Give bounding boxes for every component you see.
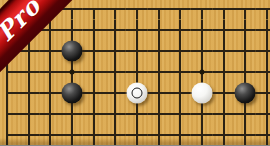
board-intersection[interactable] [213, 83, 235, 104]
board-intersection[interactable] [104, 62, 126, 83]
board-intersection[interactable] [234, 0, 256, 20]
board-intersection[interactable] [104, 104, 126, 125]
board-intersection[interactable] [191, 104, 213, 125]
board-intersection[interactable] [148, 41, 170, 62]
board-intersection[interactable] [191, 0, 213, 20]
board-intersection[interactable] [148, 83, 170, 104]
pro-ribbon: Pro [0, 0, 100, 100]
board-intersection[interactable] [104, 125, 126, 146]
board-intersection[interactable] [104, 83, 126, 104]
board-intersection[interactable] [126, 62, 148, 83]
white-stone [191, 83, 212, 104]
board-intersection[interactable] [126, 41, 148, 62]
board-intersection[interactable] [256, 62, 270, 83]
pro-ribbon-label: Pro [0, 0, 98, 98]
board-intersection[interactable] [61, 125, 83, 146]
board-intersection[interactable] [234, 83, 256, 104]
black-stone [235, 83, 256, 104]
board-intersection[interactable] [234, 62, 256, 83]
board-intersection[interactable] [18, 125, 40, 146]
board-intersection[interactable] [213, 41, 235, 62]
board-intersection[interactable] [148, 0, 170, 20]
board-intersection[interactable] [191, 41, 213, 62]
board-intersection[interactable] [191, 125, 213, 146]
board-intersection[interactable] [0, 104, 18, 125]
board-intersection[interactable] [234, 20, 256, 41]
board-intersection[interactable] [256, 104, 270, 125]
board-intersection[interactable] [126, 104, 148, 125]
board-intersection[interactable] [126, 20, 148, 41]
board-intersection[interactable] [169, 104, 191, 125]
board-intersection[interactable] [83, 104, 105, 125]
board-intersection[interactable] [104, 20, 126, 41]
board-intersection[interactable] [213, 104, 235, 125]
pro-ribbon-band: Pro [0, 0, 100, 100]
board-intersection[interactable] [126, 0, 148, 20]
board-intersection[interactable] [191, 20, 213, 41]
board-intersection[interactable] [191, 83, 213, 104]
board-intersection[interactable] [213, 0, 235, 20]
board-intersection[interactable] [18, 104, 40, 125]
board-intersection[interactable] [169, 20, 191, 41]
board-intersection[interactable] [169, 0, 191, 20]
board-intersection[interactable] [234, 125, 256, 146]
board-intersection[interactable] [126, 83, 148, 104]
last-move-circle-mark [131, 88, 142, 99]
board-intersection[interactable] [169, 125, 191, 146]
board-intersection[interactable] [169, 62, 191, 83]
board-intersection[interactable] [234, 104, 256, 125]
go-board: Pro [0, 0, 270, 145]
board-intersection[interactable] [169, 83, 191, 104]
board-intersection[interactable] [104, 41, 126, 62]
board-intersection[interactable] [148, 104, 170, 125]
board-intersection[interactable] [256, 125, 270, 146]
board-intersection[interactable] [0, 125, 18, 146]
board-intersection[interactable] [213, 62, 235, 83]
board-intersection[interactable] [213, 20, 235, 41]
board-intersection[interactable] [61, 104, 83, 125]
board-intersection[interactable] [148, 20, 170, 41]
board-intersection[interactable] [40, 104, 62, 125]
board-intersection[interactable] [148, 125, 170, 146]
board-intersection[interactable] [213, 125, 235, 146]
board-intersection[interactable] [126, 125, 148, 146]
board-intersection[interactable] [256, 83, 270, 104]
board-intersection[interactable] [169, 41, 191, 62]
board-intersection[interactable] [191, 62, 213, 83]
board-intersection[interactable] [256, 20, 270, 41]
board-intersection[interactable] [40, 125, 62, 146]
board-intersection[interactable] [256, 0, 270, 20]
board-intersection[interactable] [104, 0, 126, 20]
hoshi-star-point [199, 70, 204, 75]
board-intersection[interactable] [256, 41, 270, 62]
board-intersection[interactable] [148, 62, 170, 83]
board-intersection[interactable] [83, 125, 105, 146]
board-intersection[interactable] [234, 41, 256, 62]
